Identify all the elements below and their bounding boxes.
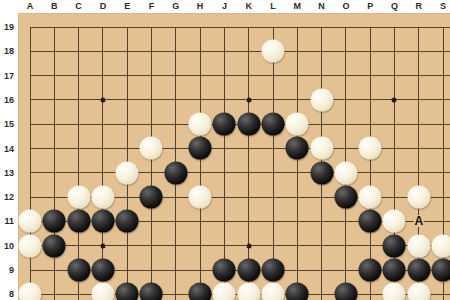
board-point-B14[interactable] — [42, 136, 66, 160]
white-stone-K8[interactable] — [237, 283, 260, 300]
board-point-S11[interactable] — [431, 209, 450, 233]
board-point-A9[interactable] — [18, 258, 42, 282]
black-stone-J15[interactable] — [213, 113, 236, 136]
board-point-B18[interactable] — [42, 39, 66, 63]
grid-line-vertical — [345, 234, 346, 258]
board-point-S13[interactable] — [431, 161, 450, 185]
board-point-L8[interactable] — [261, 282, 285, 300]
grid-line-vertical — [297, 161, 298, 185]
board-point-G16[interactable] — [164, 88, 188, 112]
board-point-M10[interactable] — [285, 234, 309, 258]
board-point-R11[interactable]: A — [407, 209, 431, 233]
board-point-K15[interactable] — [237, 112, 261, 136]
black-stone-M8[interactable] — [286, 283, 309, 300]
board-point-G9[interactable] — [164, 258, 188, 282]
board-point-K11[interactable] — [237, 209, 261, 233]
board-point-J9[interactable] — [212, 258, 236, 282]
board-point-G14[interactable] — [164, 136, 188, 160]
black-stone-Q9[interactable] — [383, 258, 406, 281]
board-point-A10[interactable] — [18, 234, 42, 258]
board-point-H16[interactable] — [188, 88, 212, 112]
board-point-B11[interactable] — [42, 209, 66, 233]
board-point-O18[interactable] — [334, 39, 358, 63]
column-label-Q: Q — [391, 0, 398, 13]
black-stone-S9[interactable] — [432, 258, 450, 281]
board-point-H14[interactable] — [188, 136, 212, 160]
board-point-S19[interactable] — [431, 15, 450, 39]
grid-line-horizontal — [30, 75, 42, 76]
board-point-Q8[interactable] — [382, 282, 406, 300]
board-point-R14[interactable] — [407, 136, 431, 160]
board-point-G12[interactable] — [164, 185, 188, 209]
board-point-C8[interactable] — [66, 282, 90, 300]
board-point-H9[interactable] — [188, 258, 212, 282]
board-point-A16[interactable] — [18, 88, 42, 112]
board-point-G15[interactable] — [164, 112, 188, 136]
black-stone-H14[interactable] — [189, 137, 212, 160]
black-stone-O8[interactable] — [334, 283, 357, 300]
board-point-R9[interactable] — [407, 258, 431, 282]
board-point-E12[interactable] — [115, 185, 139, 209]
board-point-R12[interactable] — [407, 185, 431, 209]
board-point-G11[interactable] — [164, 209, 188, 233]
board-point-F18[interactable] — [139, 39, 163, 63]
board-point-F15[interactable] — [139, 112, 163, 136]
board-point-O13[interactable] — [334, 161, 358, 185]
board-point-R10[interactable] — [407, 234, 431, 258]
board-point-R13[interactable] — [407, 161, 431, 185]
grid-line-vertical — [224, 234, 225, 258]
board-point-E10[interactable] — [115, 234, 139, 258]
white-stone-A8[interactable] — [18, 283, 41, 300]
board-point-J17[interactable] — [212, 63, 236, 87]
board-point-Q15[interactable] — [382, 112, 406, 136]
board-point-Q12[interactable] — [382, 185, 406, 209]
board-point-D17[interactable] — [91, 63, 115, 87]
white-stone-C12[interactable] — [67, 186, 90, 209]
white-stone-J8[interactable] — [213, 283, 236, 300]
grid-line-vertical — [127, 88, 128, 112]
board-point-M12[interactable] — [285, 185, 309, 209]
board-point-H11[interactable] — [188, 209, 212, 233]
board-point-J18[interactable] — [212, 39, 236, 63]
board-point-J12[interactable] — [212, 185, 236, 209]
board-point-R15[interactable] — [407, 112, 431, 136]
board-point-A8[interactable] — [18, 282, 42, 300]
board-point-C13[interactable] — [66, 161, 90, 185]
white-stone-A11[interactable] — [18, 210, 41, 233]
board-point-Q16[interactable] — [382, 88, 406, 112]
white-stone-D8[interactable] — [91, 283, 114, 300]
grid-line-horizontal — [30, 148, 42, 149]
board-point-S18[interactable] — [431, 39, 450, 63]
board-point-B19[interactable] — [42, 15, 66, 39]
board-point-K12[interactable] — [237, 185, 261, 209]
board-point-H17[interactable] — [188, 63, 212, 87]
board-point-A13[interactable] — [18, 161, 42, 185]
board-point-S17[interactable] — [431, 63, 450, 87]
white-stone-N14[interactable] — [310, 137, 333, 160]
white-stone-S10[interactable] — [432, 234, 450, 257]
white-stone-Q11[interactable] — [383, 210, 406, 233]
white-stone-D12[interactable] — [91, 186, 114, 209]
board-point-R8[interactable] — [407, 282, 431, 300]
board-point-N13[interactable] — [309, 161, 333, 185]
board-point-A14[interactable] — [18, 136, 42, 160]
board-point-K9[interactable] — [237, 258, 261, 282]
black-stone-J9[interactable] — [213, 258, 236, 281]
board-point-L15[interactable] — [261, 112, 285, 136]
board-point-A11[interactable] — [18, 209, 42, 233]
board-point-D19[interactable] — [91, 15, 115, 39]
board-point-J16[interactable] — [212, 88, 236, 112]
board-point-S10[interactable] — [431, 234, 450, 258]
board-point-O19[interactable] — [334, 15, 358, 39]
black-stone-B10[interactable] — [43, 234, 66, 257]
white-stone-E13[interactable] — [116, 161, 139, 184]
grid-line-vertical — [200, 209, 201, 233]
white-stone-R8[interactable] — [407, 283, 430, 300]
white-stone-O13[interactable] — [334, 161, 357, 184]
board-point-C9[interactable] — [66, 258, 90, 282]
board-point-P14[interactable] — [358, 136, 382, 160]
board-point-C11[interactable] — [66, 209, 90, 233]
black-stone-C11[interactable] — [67, 210, 90, 233]
board-point-P8[interactable] — [358, 282, 382, 300]
board-point-Q10[interactable] — [382, 234, 406, 258]
board-point-B9[interactable] — [42, 258, 66, 282]
board-point-G19[interactable] — [164, 15, 188, 39]
board-point-A15[interactable] — [18, 112, 42, 136]
board-point-O14[interactable] — [334, 136, 358, 160]
board-point-Q18[interactable] — [382, 39, 406, 63]
board-point-C10[interactable] — [66, 234, 90, 258]
board-point-R17[interactable] — [407, 63, 431, 87]
board-point-L13[interactable] — [261, 161, 285, 185]
board-point-F14[interactable] — [139, 136, 163, 160]
white-stone-H12[interactable] — [189, 186, 212, 209]
white-stone-L8[interactable] — [261, 283, 284, 300]
black-stone-F12[interactable] — [140, 186, 163, 209]
board-point-G8[interactable] — [164, 282, 188, 300]
board-point-M8[interactable] — [285, 282, 309, 300]
board-point-S8[interactable] — [431, 282, 450, 300]
board-point-G13[interactable] — [164, 161, 188, 185]
board-point-S9[interactable] — [431, 258, 450, 282]
board-point-E18[interactable] — [115, 39, 139, 63]
board-point-Q14[interactable] — [382, 136, 406, 160]
black-stone-P11[interactable] — [359, 210, 382, 233]
board-point-D16[interactable] — [91, 88, 115, 112]
board-point-K13[interactable] — [237, 161, 261, 185]
grid-line-vertical — [127, 136, 128, 160]
board-point-K16[interactable] — [237, 88, 261, 112]
board-point-S14[interactable] — [431, 136, 450, 160]
board-point-P13[interactable] — [358, 161, 382, 185]
board-point-D9[interactable] — [91, 258, 115, 282]
board-point-P11[interactable] — [358, 209, 382, 233]
board-point-F19[interactable] — [139, 15, 163, 39]
board-point-M15[interactable] — [285, 112, 309, 136]
board-point-E19[interactable] — [115, 15, 139, 39]
board-point-H8[interactable] — [188, 282, 212, 300]
grid-line-vertical — [78, 63, 79, 87]
board-point-O11[interactable] — [334, 209, 358, 233]
black-stone-F8[interactable] — [140, 283, 163, 300]
board-point-N12[interactable] — [309, 185, 333, 209]
board-point-K17[interactable] — [237, 63, 261, 87]
white-stone-R10[interactable] — [407, 234, 430, 257]
black-stone-C9[interactable] — [67, 258, 90, 281]
board-point-C14[interactable] — [66, 136, 90, 160]
board-point-E14[interactable] — [115, 136, 139, 160]
black-stone-H8[interactable] — [189, 283, 212, 300]
white-stone-H15[interactable] — [189, 113, 212, 136]
board-point-M14[interactable] — [285, 136, 309, 160]
board-point-B13[interactable] — [42, 161, 66, 185]
board-point-D10[interactable] — [91, 234, 115, 258]
board-point-E11[interactable] — [115, 209, 139, 233]
board-point-N8[interactable] — [309, 282, 333, 300]
board-point-N11[interactable] — [309, 209, 333, 233]
column-label-D: D — [100, 0, 107, 13]
black-stone-B11[interactable] — [43, 210, 66, 233]
board-point-P16[interactable] — [358, 88, 382, 112]
board-point-P9[interactable] — [358, 258, 382, 282]
black-stone-E8[interactable] — [116, 283, 139, 300]
board-point-M17[interactable] — [285, 63, 309, 87]
board-point-F16[interactable] — [139, 88, 163, 112]
board-point-C16[interactable] — [66, 88, 90, 112]
board-point-H15[interactable] — [188, 112, 212, 136]
board-point-M13[interactable] — [285, 161, 309, 185]
board-point-F12[interactable] — [139, 185, 163, 209]
grid-line-vertical — [394, 185, 395, 209]
board-point-O8[interactable] — [334, 282, 358, 300]
board-point-K10[interactable] — [237, 234, 261, 258]
white-stone-P12[interactable] — [359, 186, 382, 209]
board-point-S16[interactable] — [431, 88, 450, 112]
black-stone-K9[interactable] — [237, 258, 260, 281]
board-point-D12[interactable] — [91, 185, 115, 209]
column-label-A: A — [27, 0, 34, 13]
board-point-D8[interactable] — [91, 282, 115, 300]
board-point-O10[interactable] — [334, 234, 358, 258]
board-point-N19[interactable] — [309, 15, 333, 39]
board-point-M16[interactable] — [285, 88, 309, 112]
black-stone-L9[interactable] — [261, 258, 284, 281]
grid-line-vertical — [297, 258, 298, 282]
black-stone-K15[interactable] — [237, 113, 260, 136]
board-point-K18[interactable] — [237, 39, 261, 63]
board-point-P10[interactable] — [358, 234, 382, 258]
board-point-Q19[interactable] — [382, 15, 406, 39]
board-point-E9[interactable] — [115, 258, 139, 282]
board-point-C19[interactable] — [66, 15, 90, 39]
board-point-P18[interactable] — [358, 39, 382, 63]
board-point-K8[interactable] — [237, 282, 261, 300]
white-stone-A10[interactable] — [18, 234, 41, 257]
black-stone-O12[interactable] — [334, 186, 357, 209]
board-point-S15[interactable] — [431, 112, 450, 136]
board-point-K19[interactable] — [237, 15, 261, 39]
board-point-R18[interactable] — [407, 39, 431, 63]
board-point-L10[interactable] — [261, 234, 285, 258]
board-point-B17[interactable] — [42, 63, 66, 87]
board-point-O12[interactable] — [334, 185, 358, 209]
board-point-S12[interactable] — [431, 185, 450, 209]
board-point-K14[interactable] — [237, 136, 261, 160]
board-point-G17[interactable] — [164, 63, 188, 87]
board-point-P17[interactable] — [358, 63, 382, 87]
board-point-B15[interactable] — [42, 112, 66, 136]
white-stone-M15[interactable] — [286, 113, 309, 136]
board-point-F9[interactable] — [139, 258, 163, 282]
board-point-C18[interactable] — [66, 39, 90, 63]
board-point-P12[interactable] — [358, 185, 382, 209]
board-point-N18[interactable] — [309, 39, 333, 63]
board-point-L17[interactable] — [261, 63, 285, 87]
grid-line-vertical — [443, 185, 444, 209]
board-point-E8[interactable] — [115, 282, 139, 300]
board-point-L18[interactable] — [261, 39, 285, 63]
white-stone-F14[interactable] — [140, 137, 163, 160]
board-point-M9[interactable] — [285, 258, 309, 282]
white-stone-L18[interactable] — [261, 40, 284, 63]
board-point-N17[interactable] — [309, 63, 333, 87]
row-label-12: 12 — [0, 192, 14, 203]
board-point-L16[interactable] — [261, 88, 285, 112]
board-point-D13[interactable] — [91, 161, 115, 185]
black-stone-E11[interactable] — [116, 210, 139, 233]
board-point-Q13[interactable] — [382, 161, 406, 185]
board-point-E16[interactable] — [115, 88, 139, 112]
board-point-L19[interactable] — [261, 15, 285, 39]
board-point-J10[interactable] — [212, 234, 236, 258]
board-point-O15[interactable] — [334, 112, 358, 136]
grid-line-vertical — [273, 136, 274, 160]
board-point-E17[interactable] — [115, 63, 139, 87]
board-point-F17[interactable] — [139, 63, 163, 87]
board-point-D18[interactable] — [91, 39, 115, 63]
black-stone-R9[interactable] — [407, 258, 430, 281]
white-stone-Q8[interactable] — [383, 283, 406, 300]
board-point-J8[interactable] — [212, 282, 236, 300]
board-point-F11[interactable] — [139, 209, 163, 233]
board-point-H18[interactable] — [188, 39, 212, 63]
board-point-R19[interactable] — [407, 15, 431, 39]
white-stone-P14[interactable] — [359, 137, 382, 160]
board-point-L14[interactable] — [261, 136, 285, 160]
board-point-R16[interactable] — [407, 88, 431, 112]
board-point-E15[interactable] — [115, 112, 139, 136]
board-point-M19[interactable] — [285, 15, 309, 39]
board-point-L9[interactable] — [261, 258, 285, 282]
board-point-D14[interactable] — [91, 136, 115, 160]
board-point-P19[interactable] — [358, 15, 382, 39]
grid-line-vertical — [30, 185, 31, 209]
grid-line-vertical — [78, 282, 79, 300]
board-point-M11[interactable] — [285, 209, 309, 233]
board-point-D15[interactable] — [91, 112, 115, 136]
board-point-H10[interactable] — [188, 234, 212, 258]
board-point-N16[interactable] — [309, 88, 333, 112]
board-point-J13[interactable] — [212, 161, 236, 185]
board-point-N15[interactable] — [309, 112, 333, 136]
board-point-H13[interactable] — [188, 161, 212, 185]
board-point-C15[interactable] — [66, 112, 90, 136]
grid-line-vertical — [321, 63, 322, 87]
board-point-B12[interactable] — [42, 185, 66, 209]
board-point-E13[interactable] — [115, 161, 139, 185]
board-point-H12[interactable] — [188, 185, 212, 209]
black-stone-G13[interactable] — [164, 161, 187, 184]
board-point-Q17[interactable] — [382, 63, 406, 87]
board-point-N14[interactable] — [309, 136, 333, 160]
board-point-A19[interactable] — [18, 15, 42, 39]
black-stone-L15[interactable] — [261, 113, 284, 136]
board-point-Q11[interactable] — [382, 209, 406, 233]
board-point-J11[interactable] — [212, 209, 236, 233]
board-point-J14[interactable] — [212, 136, 236, 160]
grid-line-vertical — [54, 258, 55, 282]
board-point-A17[interactable] — [18, 63, 42, 87]
board-point-N10[interactable] — [309, 234, 333, 258]
board-point-G10[interactable] — [164, 234, 188, 258]
black-stone-Q10[interactable] — [383, 234, 406, 257]
board-point-A18[interactable] — [18, 39, 42, 63]
board-point-L11[interactable] — [261, 209, 285, 233]
board-point-H19[interactable] — [188, 15, 212, 39]
board-point-B10[interactable] — [42, 234, 66, 258]
grid-line-vertical — [248, 27, 249, 39]
board-point-G18[interactable] — [164, 39, 188, 63]
black-stone-D11[interactable] — [91, 210, 114, 233]
board-point-M18[interactable] — [285, 39, 309, 63]
board-point-F13[interactable] — [139, 161, 163, 185]
column-label-P: P — [367, 0, 373, 13]
black-stone-N13[interactable] — [310, 161, 333, 184]
board-point-F8[interactable] — [139, 282, 163, 300]
board-point-A12[interactable] — [18, 185, 42, 209]
black-stone-P9[interactable] — [359, 258, 382, 281]
grid-line-vertical — [175, 63, 176, 87]
board-point-C12[interactable] — [66, 185, 90, 209]
board-point-J19[interactable] — [212, 15, 236, 39]
board-point-B16[interactable] — [42, 88, 66, 112]
board-point-O17[interactable] — [334, 63, 358, 87]
white-stone-R12[interactable] — [407, 186, 430, 209]
board-point-L12[interactable] — [261, 185, 285, 209]
board-point-N9[interactable] — [309, 258, 333, 282]
board-point-D11[interactable] — [91, 209, 115, 233]
grid-line-vertical — [78, 39, 79, 63]
board-point-F10[interactable] — [139, 234, 163, 258]
board-point-O16[interactable] — [334, 88, 358, 112]
board-point-Q9[interactable] — [382, 258, 406, 282]
grid-line-vertical — [273, 63, 274, 87]
board-point-P15[interactable] — [358, 112, 382, 136]
board-point-B8[interactable] — [42, 282, 66, 300]
grid-line-vertical — [248, 136, 249, 160]
black-stone-M14[interactable] — [286, 137, 309, 160]
grid-line-vertical — [78, 112, 79, 136]
white-stone-N16[interactable] — [310, 88, 333, 111]
board-point-O9[interactable] — [334, 258, 358, 282]
board-point-C17[interactable] — [66, 63, 90, 87]
board-point-J15[interactable] — [212, 112, 236, 136]
black-stone-D9[interactable] — [91, 258, 114, 281]
